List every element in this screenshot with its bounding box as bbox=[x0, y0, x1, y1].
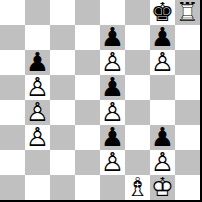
square-h8[interactable]: ♜♖ bbox=[175, 0, 200, 25]
white-king-outline-glyph: ♔ bbox=[150, 175, 175, 200]
piece-white-pawn[interactable]: ♟♙ bbox=[100, 150, 125, 175]
square-b5[interactable]: ♟♙ bbox=[25, 75, 50, 100]
square-c3[interactable] bbox=[50, 125, 75, 150]
square-e7[interactable]: ♟ bbox=[100, 25, 125, 50]
square-a3[interactable] bbox=[0, 125, 25, 150]
piece-black-pawn[interactable]: ♟ bbox=[150, 25, 175, 50]
square-b4[interactable]: ♟♙ bbox=[25, 100, 50, 125]
square-b8[interactable] bbox=[25, 0, 50, 25]
square-a5[interactable] bbox=[0, 75, 25, 100]
square-b3[interactable]: ♟♙ bbox=[25, 125, 50, 150]
square-c7[interactable] bbox=[50, 25, 75, 50]
square-h2[interactable] bbox=[175, 150, 200, 175]
square-d4[interactable] bbox=[75, 100, 100, 125]
square-f1[interactable]: ♝♗ bbox=[125, 175, 150, 200]
square-a2[interactable] bbox=[0, 150, 25, 175]
square-g7[interactable]: ♟ bbox=[150, 25, 175, 50]
square-g4[interactable] bbox=[150, 100, 175, 125]
square-f2[interactable] bbox=[125, 150, 150, 175]
white-rook-outline-glyph: ♖ bbox=[175, 0, 200, 25]
square-e5[interactable]: ♟ bbox=[100, 75, 125, 100]
square-d3[interactable] bbox=[75, 125, 100, 150]
square-b7[interactable] bbox=[25, 25, 50, 50]
white-pawn-outline-glyph: ♙ bbox=[25, 100, 50, 125]
square-d8[interactable] bbox=[75, 0, 100, 25]
square-d6[interactable] bbox=[75, 50, 100, 75]
square-e6[interactable]: ♟♙ bbox=[100, 50, 125, 75]
square-g3[interactable]: ♟ bbox=[150, 125, 175, 150]
square-g8[interactable]: ♚ bbox=[150, 0, 175, 25]
white-pawn-outline-glyph: ♙ bbox=[150, 50, 175, 75]
square-c6[interactable] bbox=[50, 50, 75, 75]
piece-white-bishop[interactable]: ♝♗ bbox=[125, 175, 150, 200]
square-b2[interactable] bbox=[25, 150, 50, 175]
square-c4[interactable] bbox=[50, 100, 75, 125]
piece-black-pawn[interactable]: ♟ bbox=[100, 75, 125, 100]
square-h6[interactable] bbox=[175, 50, 200, 75]
square-a8[interactable] bbox=[0, 0, 25, 25]
square-g5[interactable] bbox=[150, 75, 175, 100]
square-g2[interactable]: ♟♙ bbox=[150, 150, 175, 175]
square-e4[interactable]: ♟♙ bbox=[100, 100, 125, 125]
piece-white-pawn[interactable]: ♟♙ bbox=[25, 125, 50, 150]
square-e1[interactable] bbox=[100, 175, 125, 200]
square-g6[interactable]: ♟♙ bbox=[150, 50, 175, 75]
square-d5[interactable] bbox=[75, 75, 100, 100]
white-pawn-outline-glyph: ♙ bbox=[25, 75, 50, 100]
square-e3[interactable]: ♟ bbox=[100, 125, 125, 150]
piece-white-pawn[interactable]: ♟♙ bbox=[100, 100, 125, 125]
white-pawn-outline-glyph: ♙ bbox=[100, 150, 125, 175]
piece-white-rook[interactable]: ♜♖ bbox=[175, 0, 200, 25]
white-pawn-outline-glyph: ♙ bbox=[100, 50, 125, 75]
square-h4[interactable] bbox=[175, 100, 200, 125]
square-e2[interactable]: ♟♙ bbox=[100, 150, 125, 175]
square-c2[interactable] bbox=[50, 150, 75, 175]
square-d2[interactable] bbox=[75, 150, 100, 175]
square-h1[interactable] bbox=[175, 175, 200, 200]
piece-white-pawn[interactable]: ♟♙ bbox=[100, 50, 125, 75]
black-pawn-glyph: ♟ bbox=[25, 50, 50, 75]
square-a4[interactable] bbox=[0, 100, 25, 125]
square-f3[interactable] bbox=[125, 125, 150, 150]
square-b1[interactable] bbox=[25, 175, 50, 200]
piece-white-king[interactable]: ♚♔ bbox=[150, 175, 175, 200]
square-g1[interactable]: ♚♔ bbox=[150, 175, 175, 200]
black-pawn-glyph: ♟ bbox=[100, 125, 125, 150]
black-pawn-glyph: ♟ bbox=[150, 25, 175, 50]
square-c5[interactable] bbox=[50, 75, 75, 100]
black-pawn-glyph: ♟ bbox=[150, 125, 175, 150]
square-h3[interactable] bbox=[175, 125, 200, 150]
square-h5[interactable] bbox=[175, 75, 200, 100]
piece-black-pawn[interactable]: ♟ bbox=[100, 125, 125, 150]
square-f4[interactable] bbox=[125, 100, 150, 125]
piece-white-pawn[interactable]: ♟♙ bbox=[150, 50, 175, 75]
piece-black-pawn[interactable]: ♟ bbox=[150, 125, 175, 150]
chess-diagram: ♚♜♖♟♟♟♟♙♟♙♟♙♟♟♙♟♙♟♙♟♟♟♙♟♙♝♗♚♔ bbox=[0, 0, 202, 202]
square-a1[interactable] bbox=[0, 175, 25, 200]
square-f6[interactable] bbox=[125, 50, 150, 75]
square-f8[interactable] bbox=[125, 0, 150, 25]
piece-black-pawn[interactable]: ♟ bbox=[25, 50, 50, 75]
white-bishop-outline-glyph: ♗ bbox=[125, 175, 150, 200]
white-pawn-outline-glyph: ♙ bbox=[100, 100, 125, 125]
piece-black-king[interactable]: ♚ bbox=[150, 0, 175, 25]
black-pawn-glyph: ♟ bbox=[100, 25, 125, 50]
square-d1[interactable] bbox=[75, 175, 100, 200]
piece-white-pawn[interactable]: ♟♙ bbox=[25, 75, 50, 100]
chess-board: ♚♜♖♟♟♟♟♙♟♙♟♙♟♟♙♟♙♟♙♟♟♟♙♟♙♝♗♚♔ bbox=[0, 0, 202, 202]
square-a7[interactable] bbox=[0, 25, 25, 50]
piece-white-pawn[interactable]: ♟♙ bbox=[150, 150, 175, 175]
white-pawn-outline-glyph: ♙ bbox=[150, 150, 175, 175]
black-king-glyph: ♚ bbox=[150, 0, 175, 25]
square-f5[interactable] bbox=[125, 75, 150, 100]
square-c1[interactable] bbox=[50, 175, 75, 200]
square-h7[interactable] bbox=[175, 25, 200, 50]
square-c8[interactable] bbox=[50, 0, 75, 25]
square-f7[interactable] bbox=[125, 25, 150, 50]
square-e8[interactable] bbox=[100, 0, 125, 25]
square-a6[interactable] bbox=[0, 50, 25, 75]
square-d7[interactable] bbox=[75, 25, 100, 50]
black-pawn-glyph: ♟ bbox=[100, 75, 125, 100]
white-pawn-outline-glyph: ♙ bbox=[25, 125, 50, 150]
piece-black-pawn[interactable]: ♟ bbox=[100, 25, 125, 50]
piece-white-pawn[interactable]: ♟♙ bbox=[25, 100, 50, 125]
square-b6[interactable]: ♟ bbox=[25, 50, 50, 75]
